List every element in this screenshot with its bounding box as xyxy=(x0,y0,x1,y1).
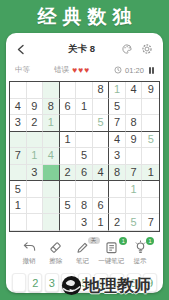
cell-r1c4[interactable] xyxy=(60,82,77,99)
cell-r2c2[interactable]: 9 xyxy=(27,99,44,116)
cell-r4c9[interactable]: 5 xyxy=(142,132,159,149)
cell-r1c1[interactable] xyxy=(10,82,27,99)
cell-r2c3[interactable]: 8 xyxy=(43,99,60,116)
cell-r4c2[interactable] xyxy=(27,132,44,149)
cell-r6c5[interactable]: 6 xyxy=(76,165,93,182)
sudoku-board: 8149498615321578149571453326487151158631… xyxy=(9,81,160,232)
cell-r8c8[interactable] xyxy=(126,198,143,215)
numpad: 23456789 xyxy=(6,273,163,292)
undo-label: 撤销 xyxy=(23,257,36,266)
toolbar: 撤销 擦除 关 笔记 1 一键笔记 xyxy=(6,240,163,266)
numpad-key-8[interactable]: 8 xyxy=(127,273,141,292)
app-title: 经典数独 xyxy=(0,4,169,30)
cell-r7c7[interactable] xyxy=(109,181,126,198)
numpad-key-4[interactable]: 4 xyxy=(61,273,75,292)
status-bar: 中等 错误 ♥♥♥ 01:20 xyxy=(6,65,163,75)
auto-notes-badge: 1 xyxy=(119,237,127,245)
cell-r7c9[interactable] xyxy=(142,181,159,198)
erase-label: 擦除 xyxy=(49,257,62,266)
cell-r6c3[interactable] xyxy=(43,165,60,182)
cell-r7c5[interactable] xyxy=(76,181,93,198)
undo-button[interactable]: 撤销 xyxy=(18,240,40,266)
cell-r7c2[interactable] xyxy=(27,181,44,198)
mistakes-label: 错误 xyxy=(54,65,69,75)
cell-r4c3[interactable] xyxy=(43,132,60,149)
cell-r1c7[interactable]: 1 xyxy=(109,82,126,99)
pause-button[interactable] xyxy=(149,67,154,74)
cell-r3c7[interactable]: 7 xyxy=(109,115,126,132)
cell-r1c8[interactable]: 4 xyxy=(126,82,143,99)
timer: 01:20 xyxy=(114,66,154,75)
cell-r5c1[interactable]: 7 xyxy=(10,148,27,165)
cell-r3c4[interactable] xyxy=(60,115,77,132)
cell-r6c9[interactable]: 1 xyxy=(142,165,159,182)
undo-icon xyxy=(22,240,37,255)
cell-r7c8[interactable]: 1 xyxy=(126,181,143,198)
cell-r9c4[interactable] xyxy=(60,214,77,231)
numpad-key-9[interactable]: 9 xyxy=(143,273,157,292)
cell-r4c6[interactable] xyxy=(93,132,110,149)
cell-r9c3[interactable] xyxy=(43,214,60,231)
cell-r8c6[interactable]: 6 xyxy=(93,198,110,215)
cell-r5c5[interactable]: 5 xyxy=(76,148,93,165)
numpad-key-7[interactable]: 7 xyxy=(110,273,124,292)
cell-r5c3[interactable]: 4 xyxy=(43,148,60,165)
settings-gear-icon[interactable] xyxy=(141,43,153,55)
cell-r2c1[interactable]: 4 xyxy=(10,99,27,116)
eraser-icon xyxy=(48,240,63,255)
cell-r9c6[interactable]: 1 xyxy=(93,214,110,231)
back-chevron-icon xyxy=(16,44,26,55)
cell-r8c7[interactable] xyxy=(109,198,126,215)
cell-r3c3[interactable]: 1 xyxy=(43,115,60,132)
numpad-key-3[interactable]: 3 xyxy=(45,273,59,292)
hearts: ♥♥♥ xyxy=(72,65,90,75)
cell-r6c8[interactable]: 7 xyxy=(126,165,143,182)
cell-r9c5[interactable]: 3 xyxy=(76,214,93,231)
cell-r1c3[interactable] xyxy=(43,82,60,99)
one-key-note-icon xyxy=(104,240,119,255)
cell-r1c9[interactable]: 9 xyxy=(142,82,159,99)
cell-r8c4[interactable]: 5 xyxy=(60,198,77,215)
numpad-key-6[interactable]: 6 xyxy=(94,273,108,292)
cell-r7c3[interactable] xyxy=(43,181,60,198)
cell-r5c8[interactable] xyxy=(126,148,143,165)
cell-r1c2[interactable] xyxy=(27,82,44,99)
numpad-key-empty[interactable] xyxy=(12,273,26,292)
erase-button[interactable]: 擦除 xyxy=(45,240,67,266)
cell-r8c2[interactable] xyxy=(27,198,44,215)
time-value: 01:20 xyxy=(125,66,144,75)
cell-r8c5[interactable]: 8 xyxy=(76,198,93,215)
cell-r1c5[interactable] xyxy=(76,82,93,99)
theme-palette-icon[interactable] xyxy=(121,43,133,55)
cell-r9c1[interactable] xyxy=(10,214,27,231)
cell-r6c4[interactable]: 2 xyxy=(60,165,77,182)
auto-notes-button[interactable]: 1 一键笔记 xyxy=(98,240,124,266)
auto-notes-label: 一键笔记 xyxy=(98,257,124,266)
cell-r7c1[interactable]: 5 xyxy=(10,181,27,198)
cell-r6c1[interactable] xyxy=(10,165,27,182)
cell-r9c2[interactable] xyxy=(27,214,44,231)
numpad-key-5[interactable]: 5 xyxy=(78,273,92,292)
cell-r4c5[interactable] xyxy=(76,132,93,149)
cell-r2c6[interactable] xyxy=(93,99,110,116)
cell-r2c9[interactable] xyxy=(142,99,159,116)
cell-r6c6[interactable]: 4 xyxy=(93,165,110,182)
cell-r3c5[interactable] xyxy=(76,115,93,132)
cell-r5c2[interactable]: 1 xyxy=(27,148,44,165)
level-title: 关卡 8 xyxy=(28,43,121,56)
cell-r3c2[interactable]: 2 xyxy=(27,115,44,132)
cell-r7c4[interactable] xyxy=(60,181,77,198)
cell-r5c9[interactable] xyxy=(142,148,159,165)
cell-r4c8[interactable]: 9 xyxy=(126,132,143,149)
header-icons xyxy=(121,43,153,55)
notes-button[interactable]: 关 笔记 xyxy=(72,240,94,266)
game-card: 关卡 8 中等 错误 ♥♥♥ xyxy=(6,33,163,293)
notes-label: 笔记 xyxy=(76,257,89,266)
cell-r4c4[interactable]: 1 xyxy=(60,132,77,149)
cell-r7c6[interactable] xyxy=(93,181,110,198)
cell-r5c4[interactable] xyxy=(60,148,77,165)
cell-r3c9[interactable] xyxy=(142,115,159,132)
cell-r8c3[interactable] xyxy=(43,198,60,215)
cell-r6c2[interactable]: 3 xyxy=(27,165,44,182)
cell-r2c4[interactable]: 6 xyxy=(60,99,77,116)
cell-r3c6[interactable]: 5 xyxy=(93,115,110,132)
mistakes-indicator: 错误 ♥♥♥ xyxy=(54,65,90,75)
cell-r1c6[interactable]: 8 xyxy=(93,82,110,99)
cell-r5c6[interactable] xyxy=(93,148,110,165)
cell-r9c9[interactable]: 7 xyxy=(142,214,159,231)
cell-r6c7[interactable]: 8 xyxy=(109,165,126,182)
hint-label: 提示 xyxy=(134,257,147,266)
cell-r9c7[interactable]: 2 xyxy=(109,214,126,231)
cell-r2c7[interactable]: 5 xyxy=(109,99,126,116)
hint-button[interactable]: 1 提示 xyxy=(129,240,151,266)
cell-r2c8[interactable] xyxy=(126,99,143,116)
back-button[interactable] xyxy=(16,44,28,55)
cell-r2c5[interactable]: 1 xyxy=(76,99,93,116)
header-bar: 关卡 8 xyxy=(6,33,163,57)
app-screen: 经典数独 关卡 8 中等 错误 xyxy=(0,0,169,300)
cell-r8c1[interactable]: 1 xyxy=(10,198,27,215)
cell-r5c7[interactable]: 3 xyxy=(109,148,126,165)
cell-r8c9[interactable] xyxy=(142,198,159,215)
cell-r3c1[interactable]: 3 xyxy=(10,115,27,132)
cell-r4c7[interactable]: 4 xyxy=(109,132,126,149)
numpad-key-2[interactable]: 2 xyxy=(28,273,42,292)
hint-badge: 1 xyxy=(146,237,154,245)
cell-r4c1[interactable] xyxy=(10,132,27,149)
clock-icon xyxy=(114,66,122,74)
cell-r3c8[interactable]: 8 xyxy=(126,115,143,132)
difficulty-label: 中等 xyxy=(15,65,30,75)
cell-r9c8[interactable]: 5 xyxy=(126,214,143,231)
